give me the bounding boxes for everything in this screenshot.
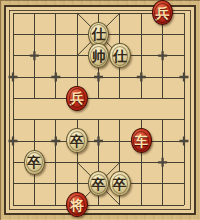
board-cell-1-7[interactable]: 卒 xyxy=(24,152,45,173)
board-cell-5-9[interactable] xyxy=(109,194,130,215)
board-cell-5-3[interactable] xyxy=(109,66,130,87)
board-cell-7-9[interactable] xyxy=(152,194,173,215)
board-cell-1-5[interactable] xyxy=(24,109,45,130)
board-cell-4-6[interactable] xyxy=(88,130,109,151)
board-cell-1-1[interactable] xyxy=(24,24,45,45)
board-cell-5-8[interactable]: 卒 xyxy=(109,173,130,194)
board-cell-0-5[interactable] xyxy=(2,109,23,130)
board-cell-7-4[interactable] xyxy=(152,88,173,109)
board-cell-2-7[interactable] xyxy=(45,152,66,173)
board-cell-2-3[interactable] xyxy=(45,66,66,87)
board-cell-5-6[interactable] xyxy=(109,130,130,151)
board-cell-6-4[interactable] xyxy=(131,88,152,109)
board-cell-6-6[interactable]: 车 xyxy=(131,130,152,151)
board-cell-2-0[interactable] xyxy=(45,2,66,23)
board-cell-5-5[interactable] xyxy=(109,109,130,130)
board-cell-0-6[interactable] xyxy=(2,130,23,151)
board-cell-6-5[interactable] xyxy=(131,109,152,130)
board-cell-1-2[interactable] xyxy=(24,45,45,66)
ivory-general-e8[interactable]: 帅 xyxy=(88,43,109,68)
board-cell-7-3[interactable] xyxy=(152,66,173,87)
board-cell-6-1[interactable] xyxy=(131,24,152,45)
board-cell-0-1[interactable] xyxy=(2,24,23,45)
red-soldier-d6[interactable]: 兵 xyxy=(66,86,87,111)
ivory-soldier-f2[interactable]: 卒 xyxy=(109,171,130,196)
red-soldier-h10[interactable]: 兵 xyxy=(152,0,173,25)
board-cell-4-8[interactable]: 卒 xyxy=(88,173,109,194)
ivory-advisor-f8[interactable]: 仕 xyxy=(109,43,130,68)
board-cell-0-4[interactable] xyxy=(2,88,23,109)
board-cell-8-9[interactable] xyxy=(173,194,194,215)
board-cell-1-4[interactable] xyxy=(24,88,45,109)
board-cell-6-0[interactable] xyxy=(131,2,152,23)
board-cell-8-6[interactable] xyxy=(173,130,194,151)
board-cell-2-8[interactable] xyxy=(45,173,66,194)
ivory-soldier-b3[interactable]: 卒 xyxy=(24,150,45,175)
board-cell-4-1[interactable]: 仕 xyxy=(88,24,109,45)
board-cell-5-1[interactable] xyxy=(109,24,130,45)
red-general-d1[interactable]: 将 xyxy=(66,192,87,217)
board-cell-8-8[interactable] xyxy=(173,173,194,194)
board-cell-7-8[interactable] xyxy=(152,173,173,194)
board-cell-4-2[interactable]: 帅 xyxy=(88,45,109,66)
board-cell-8-1[interactable] xyxy=(173,24,194,45)
board-cell-2-4[interactable] xyxy=(45,88,66,109)
board-cell-3-4[interactable]: 兵 xyxy=(66,88,87,109)
board-cell-6-3[interactable] xyxy=(131,66,152,87)
board-cell-6-7[interactable] xyxy=(131,152,152,173)
board-cell-0-3[interactable] xyxy=(2,66,23,87)
ivory-soldier-d4[interactable]: 卒 xyxy=(66,128,87,153)
board-cell-2-1[interactable] xyxy=(45,24,66,45)
board-cell-8-5[interactable] xyxy=(173,109,194,130)
board-cell-7-6[interactable] xyxy=(152,130,173,151)
board-cell-6-9[interactable] xyxy=(131,194,152,215)
board-cell-2-9[interactable] xyxy=(45,194,66,215)
board-cell-8-3[interactable] xyxy=(173,66,194,87)
board-cell-3-6[interactable]: 卒 xyxy=(66,130,87,151)
board-cell-1-3[interactable] xyxy=(24,66,45,87)
board-cell-5-2[interactable]: 仕 xyxy=(109,45,130,66)
board-grid: 兵仕帅仕兵卒车卒卒卒将 xyxy=(2,2,194,215)
red-chariot-g4[interactable]: 车 xyxy=(131,128,152,153)
board-cell-1-6[interactable] xyxy=(24,130,45,151)
board-cell-3-3[interactable] xyxy=(66,66,87,87)
board-cell-7-2[interactable] xyxy=(152,45,173,66)
board-cell-5-0[interactable] xyxy=(109,2,130,23)
board-cell-7-1[interactable] xyxy=(152,24,173,45)
board-cell-3-9[interactable]: 将 xyxy=(66,194,87,215)
board-cell-0-2[interactable] xyxy=(2,45,23,66)
board-cell-5-7[interactable] xyxy=(109,152,130,173)
board-cell-8-2[interactable] xyxy=(173,45,194,66)
ivory-soldier-e2[interactable]: 卒 xyxy=(88,171,109,196)
board-cell-5-4[interactable] xyxy=(109,88,130,109)
board-cell-3-2[interactable] xyxy=(66,45,87,66)
board-cell-7-0[interactable]: 兵 xyxy=(152,2,173,23)
board-cell-3-5[interactable] xyxy=(66,109,87,130)
board-cell-3-1[interactable] xyxy=(66,24,87,45)
board-cell-1-8[interactable] xyxy=(24,173,45,194)
board-cell-6-2[interactable] xyxy=(131,45,152,66)
board-cell-4-7[interactable] xyxy=(88,152,109,173)
board-cell-2-5[interactable] xyxy=(45,109,66,130)
xiangqi-board: 兵仕帅仕兵卒车卒卒卒将 xyxy=(0,0,200,220)
board-cell-0-0[interactable] xyxy=(2,2,23,23)
board-cell-8-7[interactable] xyxy=(173,152,194,173)
board-cell-8-0[interactable] xyxy=(173,2,194,23)
board-cell-4-0[interactable] xyxy=(88,2,109,23)
board-cell-4-3[interactable] xyxy=(88,66,109,87)
board-cell-0-7[interactable] xyxy=(2,152,23,173)
board-cell-3-0[interactable] xyxy=(66,2,87,23)
board-cell-2-2[interactable] xyxy=(45,45,66,66)
board-cell-4-9[interactable] xyxy=(88,194,109,215)
board-cell-2-6[interactable] xyxy=(45,130,66,151)
board-cell-4-5[interactable] xyxy=(88,109,109,130)
board-cell-7-7[interactable] xyxy=(152,152,173,173)
board-cell-0-8[interactable] xyxy=(2,173,23,194)
board-cell-7-5[interactable] xyxy=(152,109,173,130)
board-cell-6-8[interactable] xyxy=(131,173,152,194)
board-cell-0-9[interactable] xyxy=(2,194,23,215)
board-cell-8-4[interactable] xyxy=(173,88,194,109)
board-cell-4-4[interactable] xyxy=(88,88,109,109)
board-cell-3-7[interactable] xyxy=(66,152,87,173)
board-cell-1-0[interactable] xyxy=(24,2,45,23)
board-cell-1-9[interactable] xyxy=(24,194,45,215)
board-cell-3-8[interactable] xyxy=(66,173,87,194)
